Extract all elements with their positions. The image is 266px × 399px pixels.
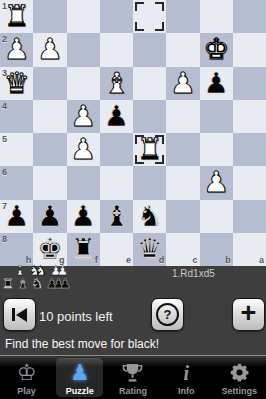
square-a7[interactable] — [233, 200, 266, 233]
piece-black-bishop-e7: ♝ — [100, 200, 133, 233]
rank-label-8: 8 — [2, 234, 7, 244]
gear-icon — [229, 360, 250, 385]
rewind-button[interactable] — [3, 298, 36, 331]
captured-black-knight: ♞ — [31, 277, 43, 290]
tab-bar: ♔Play♟PuzzleRatingiInfoSettings — [0, 355, 266, 399]
square-g4[interactable] — [33, 100, 66, 133]
tab-info[interactable]: iInfo — [160, 356, 213, 399]
square-g5[interactable] — [33, 133, 66, 166]
piece-white-pawn-f4: ♟ — [67, 100, 100, 133]
square-d4[interactable] — [133, 100, 166, 133]
piece-black-pawn-e4: ♟ — [100, 100, 133, 133]
last-move-marker-d5 — [135, 135, 164, 164]
square-e6[interactable] — [100, 166, 133, 199]
square-d3[interactable] — [133, 67, 166, 100]
piece-white-pawn-c3: ♟ — [166, 67, 199, 100]
square-c2[interactable] — [166, 33, 199, 66]
plus-icon: + — [241, 300, 257, 327]
square-b1[interactable] — [200, 0, 233, 33]
square-c6[interactable] — [166, 166, 199, 199]
square-a4[interactable] — [233, 100, 266, 133]
piece-black-pawn-b3: ♟ — [200, 67, 233, 100]
file-label-a: a — [259, 255, 264, 265]
square-a8[interactable]: a — [233, 233, 266, 266]
tab-settings[interactable]: Settings — [213, 356, 266, 399]
question-mark-icon: ? — [156, 303, 179, 326]
points-left-label: 10 points left — [39, 309, 113, 324]
captured-black-bishop: ♝ — [17, 277, 29, 290]
square-a6[interactable] — [233, 166, 266, 199]
square-c8[interactable]: c — [166, 233, 199, 266]
square-g8[interactable]: g♚ — [33, 233, 66, 266]
square-h4[interactable]: 4 — [0, 100, 33, 133]
rank-label-4: 4 — [2, 101, 7, 111]
add-button[interactable]: + — [232, 298, 265, 331]
file-label-b: b — [225, 255, 231, 265]
square-c7[interactable] — [166, 200, 199, 233]
rank-label-5: 5 — [2, 134, 7, 144]
square-d7[interactable]: ♞ — [133, 200, 166, 233]
square-e3[interactable]: ♝ — [100, 67, 133, 100]
square-g2[interactable]: ♟ — [33, 33, 66, 66]
piece-black-pawn-f7: ♟ — [67, 200, 100, 233]
rank-label-6: 6 — [2, 167, 7, 177]
rank-label-2: 2 — [2, 34, 7, 44]
piece-white-pawn-f5: ♟ — [67, 133, 100, 166]
file-label-d: d — [159, 255, 165, 265]
file-label-c: c — [192, 255, 197, 265]
hint-button[interactable]: ? — [151, 298, 184, 331]
file-label-g: g — [59, 255, 65, 265]
square-b8[interactable]: b — [200, 233, 233, 266]
square-a3[interactable] — [233, 67, 266, 100]
square-f1[interactable] — [67, 0, 100, 33]
piece-white-king-b2: ♚ — [200, 33, 233, 66]
tab-rating[interactable]: Rating — [106, 356, 159, 399]
tab-label-settings: Settings — [222, 386, 258, 396]
piece-white-pawn-b6: ♟ — [200, 166, 233, 199]
square-g7[interactable]: ♟ — [33, 200, 66, 233]
square-h7[interactable]: 7♟ — [0, 200, 33, 233]
chess-king-icon: ♔ — [17, 360, 37, 385]
square-f8[interactable]: f♜ — [67, 233, 100, 266]
square-a2[interactable] — [233, 33, 266, 66]
square-c1[interactable] — [166, 0, 199, 33]
puzzle-instruction: Find the best move for black! — [5, 337, 159, 351]
square-e7[interactable]: ♝ — [100, 200, 133, 233]
last-move-marker-d1 — [135, 2, 164, 31]
square-h5[interactable]: 5 — [0, 133, 33, 166]
square-e4[interactable]: ♟ — [100, 100, 133, 133]
square-b6[interactable]: ♟ — [200, 166, 233, 199]
square-a1[interactable] — [233, 0, 266, 33]
square-d2[interactable] — [133, 33, 166, 66]
square-h2[interactable]: 2♟ — [0, 33, 33, 66]
last-move-notation: 1.Rd1xd5 — [172, 268, 215, 279]
tab-label-rating: Rating — [119, 386, 147, 396]
square-d1[interactable] — [133, 0, 166, 33]
square-f6[interactable] — [67, 166, 100, 199]
square-e1[interactable] — [100, 0, 133, 33]
square-h1[interactable]: 1♜ — [0, 0, 33, 33]
rank-label-1: 1 — [2, 1, 7, 11]
square-c5[interactable] — [166, 133, 199, 166]
square-d6[interactable] — [133, 166, 166, 199]
square-f3[interactable] — [67, 67, 100, 100]
info-icon: i — [183, 360, 189, 385]
captured-black-rook: ♜ — [2, 277, 14, 290]
square-e5[interactable] — [100, 133, 133, 166]
square-b3[interactable]: ♟ — [200, 67, 233, 100]
chess-pawn-icon: ♟ — [70, 360, 90, 385]
square-a5[interactable] — [233, 133, 266, 166]
square-h6[interactable]: 6 — [0, 166, 33, 199]
square-g1[interactable] — [33, 0, 66, 33]
piece-black-pawn-g7: ♟ — [33, 200, 66, 233]
file-label-h: h — [26, 255, 32, 265]
tab-play[interactable]: ♔Play — [0, 356, 53, 399]
piece-white-pawn-g2: ♟ — [33, 33, 66, 66]
tab-label-info: Info — [178, 386, 195, 396]
square-g6[interactable] — [33, 166, 66, 199]
square-c3[interactable]: ♟ — [166, 67, 199, 100]
square-e8[interactable]: e — [100, 233, 133, 266]
rank-label-3: 3 — [2, 68, 7, 78]
file-label-e: e — [126, 255, 131, 265]
square-g3[interactable] — [33, 67, 66, 100]
square-f5[interactable]: ♟ — [67, 133, 100, 166]
piece-black-knight-d7: ♞ — [133, 200, 166, 233]
tab-label-play: Play — [17, 386, 36, 396]
square-f4[interactable]: ♟ — [67, 100, 100, 133]
square-f2[interactable] — [67, 33, 100, 66]
square-b4[interactable] — [200, 100, 233, 133]
chess-board: 1♜2♟♟♚3♛♝♟♟4♟♟5♟♜6♟7♟♟♟♝♞8hg♚f♜ed♛cba — [0, 0, 266, 266]
file-label-f: f — [95, 255, 98, 265]
square-f7[interactable]: ♟ — [67, 200, 100, 233]
square-b5[interactable] — [200, 133, 233, 166]
square-e2[interactable] — [100, 33, 133, 66]
square-h3[interactable]: 3♛ — [0, 67, 33, 100]
square-d8[interactable]: d♛ — [133, 233, 166, 266]
rank-label-7: 7 — [2, 201, 7, 211]
square-h8[interactable]: 8h — [0, 233, 33, 266]
square-b2[interactable]: ♚ — [200, 33, 233, 66]
piece-white-bishop-e3: ♝ — [100, 67, 133, 100]
square-c4[interactable] — [166, 100, 199, 133]
tab-label-puzzle: Puzzle — [66, 386, 94, 396]
trophy-icon — [121, 360, 144, 385]
square-b7[interactable] — [200, 200, 233, 233]
captured-black-pawn: ♟ — [59, 277, 71, 290]
chess-puzzle-app-screen: 1♜2♟♟♚3♛♝♟♟4♟♟5♟♜6♟7♟♟♟♝♞8hg♚f♜ed♛cba ♝♞… — [0, 0, 266, 399]
square-d5[interactable]: ♜ — [133, 133, 166, 166]
captured-black-pieces-tray: ♜♝♞♟♟♟ — [2, 277, 71, 290]
tab-puzzle[interactable]: ♟Puzzle — [53, 356, 106, 399]
skip-to-start-icon — [12, 308, 27, 322]
